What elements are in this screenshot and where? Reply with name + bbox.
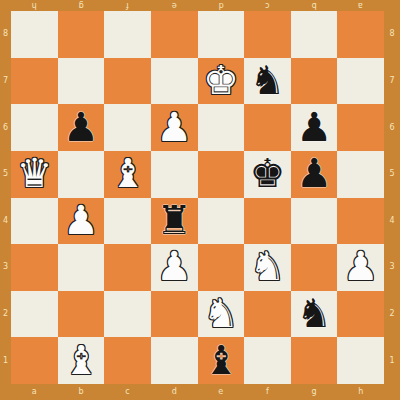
square-b3[interactable] (58, 244, 105, 291)
file-label: g (58, 0, 105, 11)
piece-white-pawn[interactable]: ♟ (156, 246, 192, 286)
square-g6[interactable]: ♟ (291, 104, 338, 151)
square-c5[interactable]: ♝ (104, 151, 151, 198)
rank-label: 1 (0, 337, 11, 384)
file-label: e (198, 384, 245, 400)
square-a1[interactable] (11, 337, 58, 384)
file-labels-bottom: abcdefgh (11, 384, 384, 400)
board-grid: ♚♞♟♟♟♛♝♚♟♟♜♟♞♟♞♞♝♝ (11, 11, 384, 384)
square-c1[interactable] (104, 337, 151, 384)
square-d4[interactable]: ♜ (151, 198, 198, 245)
square-f1[interactable] (244, 337, 291, 384)
piece-black-bishop[interactable]: ♝ (203, 340, 239, 380)
square-h4[interactable] (337, 198, 384, 245)
square-f6[interactable] (244, 104, 291, 151)
square-a8[interactable] (11, 11, 58, 58)
rank-label: 5 (0, 151, 11, 198)
rank-labels-left: 87654321 (0, 11, 11, 384)
rank-label: 2 (0, 291, 11, 338)
file-label: a (11, 384, 58, 400)
square-d3[interactable]: ♟ (151, 244, 198, 291)
file-label: b (291, 0, 338, 11)
file-label: h (337, 384, 384, 400)
piece-white-knight[interactable]: ♞ (203, 293, 239, 333)
square-e6[interactable] (198, 104, 245, 151)
square-h1[interactable] (337, 337, 384, 384)
square-a2[interactable] (11, 291, 58, 338)
rank-label: 2 (384, 291, 400, 338)
file-label: b (58, 384, 105, 400)
square-d5[interactable] (151, 151, 198, 198)
square-e2[interactable]: ♞ (198, 291, 245, 338)
square-a6[interactable] (11, 104, 58, 151)
chess-board: hgfedcba abcdefgh 87654321 87654321 ♚♞♟♟… (0, 0, 400, 400)
file-label: d (151, 384, 198, 400)
square-b2[interactable] (58, 291, 105, 338)
square-g1[interactable] (291, 337, 338, 384)
file-label: g (291, 384, 338, 400)
file-label: c (244, 0, 291, 11)
square-b6[interactable]: ♟ (58, 104, 105, 151)
square-h2[interactable] (337, 291, 384, 338)
piece-black-king[interactable]: ♚ (250, 153, 286, 193)
square-a3[interactable] (11, 244, 58, 291)
file-label: e (151, 0, 198, 11)
file-labels-top: hgfedcba (11, 0, 384, 11)
square-f3[interactable]: ♞ (244, 244, 291, 291)
piece-black-rook[interactable]: ♜ (156, 200, 192, 240)
square-d2[interactable] (151, 291, 198, 338)
square-b7[interactable] (58, 58, 105, 105)
rank-label: 4 (0, 198, 11, 245)
piece-black-pawn[interactable]: ♟ (63, 107, 99, 147)
file-label: f (244, 384, 291, 400)
square-b1[interactable]: ♝ (58, 337, 105, 384)
square-c7[interactable] (104, 58, 151, 105)
square-b8[interactable] (58, 11, 105, 58)
file-label: d (198, 0, 245, 11)
file-label: c (104, 384, 151, 400)
square-g7[interactable] (291, 58, 338, 105)
piece-white-pawn[interactable]: ♟ (63, 200, 99, 240)
square-e1[interactable]: ♝ (198, 337, 245, 384)
rank-label: 6 (384, 104, 400, 151)
square-b4[interactable]: ♟ (58, 198, 105, 245)
square-c4[interactable] (104, 198, 151, 245)
piece-white-king[interactable]: ♚ (203, 60, 239, 100)
square-g8[interactable] (291, 11, 338, 58)
piece-white-bishop[interactable]: ♝ (63, 340, 99, 380)
square-c6[interactable] (104, 104, 151, 151)
square-c2[interactable] (104, 291, 151, 338)
square-h6[interactable] (337, 104, 384, 151)
square-e4[interactable] (198, 198, 245, 245)
piece-white-queen[interactable]: ♛ (16, 153, 52, 193)
rank-label: 3 (384, 244, 400, 291)
rank-label: 4 (384, 198, 400, 245)
piece-white-pawn[interactable]: ♟ (156, 107, 192, 147)
square-e3[interactable] (198, 244, 245, 291)
square-b5[interactable] (58, 151, 105, 198)
square-d7[interactable] (151, 58, 198, 105)
rank-label: 8 (0, 11, 11, 58)
rank-label: 3 (0, 244, 11, 291)
piece-black-pawn[interactable]: ♟ (296, 153, 332, 193)
rank-label: 5 (384, 151, 400, 198)
square-d6[interactable]: ♟ (151, 104, 198, 151)
square-h8[interactable] (337, 11, 384, 58)
square-g5[interactable]: ♟ (291, 151, 338, 198)
file-label: f (104, 0, 151, 11)
square-d1[interactable] (151, 337, 198, 384)
square-a5[interactable]: ♛ (11, 151, 58, 198)
piece-black-pawn[interactable]: ♟ (296, 107, 332, 147)
square-f7[interactable]: ♞ (244, 58, 291, 105)
square-f2[interactable] (244, 291, 291, 338)
piece-white-knight[interactable]: ♞ (250, 246, 286, 286)
square-d8[interactable] (151, 11, 198, 58)
rank-label: 1 (384, 337, 400, 384)
square-a7[interactable] (11, 58, 58, 105)
piece-white-pawn[interactable]: ♟ (343, 246, 379, 286)
square-f4[interactable] (244, 198, 291, 245)
square-e8[interactable] (198, 11, 245, 58)
file-label: h (11, 0, 58, 11)
square-g3[interactable] (291, 244, 338, 291)
piece-black-knight[interactable]: ♞ (250, 60, 286, 100)
square-c8[interactable] (104, 11, 151, 58)
square-f5[interactable]: ♚ (244, 151, 291, 198)
square-e5[interactable] (198, 151, 245, 198)
square-c3[interactable] (104, 244, 151, 291)
square-h5[interactable] (337, 151, 384, 198)
rank-label: 7 (0, 58, 11, 105)
square-h7[interactable] (337, 58, 384, 105)
piece-black-knight[interactable]: ♞ (296, 293, 332, 333)
square-e7[interactable]: ♚ (198, 58, 245, 105)
rank-label: 8 (384, 11, 400, 58)
rank-label: 6 (0, 104, 11, 151)
square-f8[interactable] (244, 11, 291, 58)
file-label: a (337, 0, 384, 11)
square-g2[interactable]: ♞ (291, 291, 338, 338)
rank-label: 7 (384, 58, 400, 105)
square-a4[interactable] (11, 198, 58, 245)
square-g4[interactable] (291, 198, 338, 245)
piece-white-bishop[interactable]: ♝ (110, 153, 146, 193)
rank-labels-right: 87654321 (384, 11, 400, 384)
square-h3[interactable]: ♟ (337, 244, 384, 291)
